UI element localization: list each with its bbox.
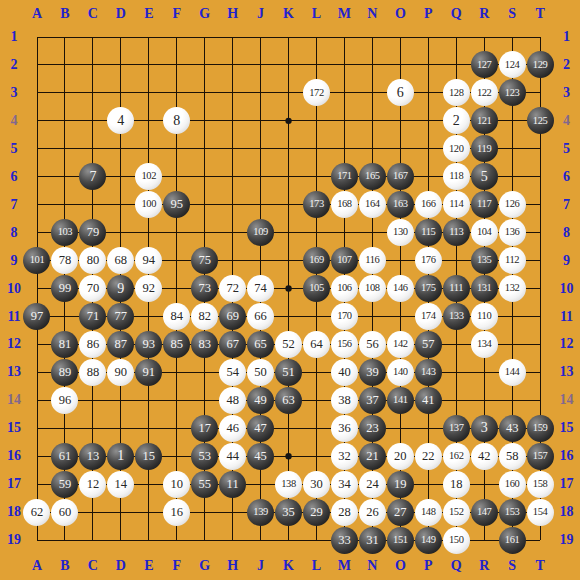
intersection-F9[interactable] — [163, 247, 191, 275]
intersection-O10[interactable]: 146 — [386, 275, 414, 303]
intersection-C16[interactable]: 13 — [79, 442, 107, 470]
intersection-F4[interactable]: 8 — [163, 107, 191, 135]
intersection-O1[interactable] — [386, 23, 414, 51]
intersection-N5[interactable] — [358, 135, 386, 163]
intersection-E1[interactable] — [135, 23, 163, 51]
intersection-N2[interactable] — [358, 51, 386, 79]
intersection-E19[interactable] — [135, 526, 163, 554]
intersection-F5[interactable] — [163, 135, 191, 163]
intersection-T13[interactable] — [526, 358, 554, 386]
intersection-O8[interactable]: 130 — [386, 219, 414, 247]
intersection-P2[interactable] — [414, 51, 442, 79]
intersection-O4[interactable] — [386, 107, 414, 135]
intersection-L10[interactable]: 105 — [303, 275, 331, 303]
intersection-O15[interactable] — [386, 414, 414, 442]
intersection-N9[interactable]: 116 — [358, 247, 386, 275]
intersection-R10[interactable]: 131 — [470, 275, 498, 303]
intersection-S7[interactable]: 126 — [498, 191, 526, 219]
intersection-A6[interactable] — [23, 163, 51, 191]
intersection-O5[interactable] — [386, 135, 414, 163]
intersection-A17[interactable] — [23, 470, 51, 498]
intersection-G6[interactable] — [191, 163, 219, 191]
intersection-M9[interactable]: 107 — [330, 247, 358, 275]
intersection-D1[interactable] — [107, 23, 135, 51]
intersection-G2[interactable] — [191, 51, 219, 79]
intersection-E8[interactable] — [135, 219, 163, 247]
intersection-K16[interactable] — [275, 442, 303, 470]
intersection-C18[interactable] — [79, 498, 107, 526]
intersection-B9[interactable]: 78 — [51, 247, 79, 275]
intersection-J12[interactable]: 65 — [247, 330, 275, 358]
intersection-B6[interactable] — [51, 163, 79, 191]
intersection-P17[interactable] — [414, 470, 442, 498]
intersection-B8[interactable]: 103 — [51, 219, 79, 247]
intersection-S2[interactable]: 124 — [498, 51, 526, 79]
intersection-J6[interactable] — [247, 163, 275, 191]
intersection-C10[interactable]: 70 — [79, 275, 107, 303]
intersection-F15[interactable] — [163, 414, 191, 442]
intersection-J15[interactable]: 47 — [247, 414, 275, 442]
intersection-T11[interactable] — [526, 303, 554, 331]
intersection-S13[interactable]: 144 — [498, 358, 526, 386]
intersection-B11[interactable] — [51, 303, 79, 331]
intersection-O13[interactable]: 140 — [386, 358, 414, 386]
intersection-A12[interactable] — [23, 330, 51, 358]
intersection-M1[interactable] — [330, 23, 358, 51]
intersection-O19[interactable]: 151 — [386, 526, 414, 554]
intersection-D10[interactable]: 9 — [107, 275, 135, 303]
intersection-H7[interactable] — [219, 191, 247, 219]
intersection-A4[interactable] — [23, 107, 51, 135]
intersection-T8[interactable] — [526, 219, 554, 247]
intersection-Q16[interactable]: 162 — [442, 442, 470, 470]
intersection-J3[interactable] — [247, 79, 275, 107]
intersection-Q15[interactable]: 137 — [442, 414, 470, 442]
intersection-C6[interactable]: 7 — [79, 163, 107, 191]
intersection-A19[interactable] — [23, 526, 51, 554]
intersection-R17[interactable] — [470, 470, 498, 498]
intersection-B19[interactable] — [51, 526, 79, 554]
intersection-E16[interactable]: 15 — [135, 442, 163, 470]
intersection-A9[interactable]: 101 — [23, 247, 51, 275]
intersection-L2[interactable] — [303, 51, 331, 79]
intersection-R19[interactable] — [470, 526, 498, 554]
intersection-T17[interactable]: 158 — [526, 470, 554, 498]
intersection-G11[interactable]: 82 — [191, 303, 219, 331]
intersection-K15[interactable] — [275, 414, 303, 442]
intersection-D7[interactable] — [107, 191, 135, 219]
intersection-S3[interactable]: 123 — [498, 79, 526, 107]
intersection-D11[interactable]: 77 — [107, 303, 135, 331]
intersection-J18[interactable]: 139 — [247, 498, 275, 526]
intersection-F19[interactable] — [163, 526, 191, 554]
intersection-H15[interactable]: 46 — [219, 414, 247, 442]
intersection-S17[interactable]: 160 — [498, 470, 526, 498]
intersection-Q14[interactable] — [442, 386, 470, 414]
intersection-C19[interactable] — [79, 526, 107, 554]
intersection-R7[interactable]: 117 — [470, 191, 498, 219]
intersection-D19[interactable] — [107, 526, 135, 554]
intersection-Q8[interactable]: 113 — [442, 219, 470, 247]
intersection-R15[interactable]: 3 — [470, 414, 498, 442]
intersection-N7[interactable]: 164 — [358, 191, 386, 219]
intersection-Q9[interactable] — [442, 247, 470, 275]
intersection-M4[interactable] — [330, 107, 358, 135]
intersection-O18[interactable]: 27 — [386, 498, 414, 526]
intersection-N16[interactable]: 21 — [358, 442, 386, 470]
intersection-H2[interactable] — [219, 51, 247, 79]
intersection-P1[interactable] — [414, 23, 442, 51]
intersection-P14[interactable]: 41 — [414, 386, 442, 414]
intersection-C15[interactable] — [79, 414, 107, 442]
intersection-L5[interactable] — [303, 135, 331, 163]
intersection-E15[interactable] — [135, 414, 163, 442]
intersection-T2[interactable]: 129 — [526, 51, 554, 79]
intersection-S12[interactable] — [498, 330, 526, 358]
intersection-R13[interactable] — [470, 358, 498, 386]
intersection-O9[interactable] — [386, 247, 414, 275]
intersection-C5[interactable] — [79, 135, 107, 163]
intersection-L11[interactable] — [303, 303, 331, 331]
intersection-Q5[interactable]: 120 — [442, 135, 470, 163]
intersection-L19[interactable] — [303, 526, 331, 554]
intersection-B4[interactable] — [51, 107, 79, 135]
intersection-R1[interactable] — [470, 23, 498, 51]
intersection-R16[interactable]: 42 — [470, 442, 498, 470]
intersection-B12[interactable]: 81 — [51, 330, 79, 358]
intersection-C7[interactable] — [79, 191, 107, 219]
intersection-O7[interactable]: 163 — [386, 191, 414, 219]
intersection-O3[interactable]: 6 — [386, 79, 414, 107]
intersection-J7[interactable] — [247, 191, 275, 219]
intersection-M17[interactable]: 34 — [330, 470, 358, 498]
intersection-J5[interactable] — [247, 135, 275, 163]
intersection-F18[interactable]: 16 — [163, 498, 191, 526]
intersection-M2[interactable] — [330, 51, 358, 79]
intersection-G13[interactable] — [191, 358, 219, 386]
intersection-A2[interactable] — [23, 51, 51, 79]
intersection-B10[interactable]: 99 — [51, 275, 79, 303]
intersection-L14[interactable] — [303, 386, 331, 414]
intersection-L7[interactable]: 173 — [303, 191, 331, 219]
intersection-J19[interactable] — [247, 526, 275, 554]
intersection-K9[interactable] — [275, 247, 303, 275]
intersection-L9[interactable]: 169 — [303, 247, 331, 275]
intersection-E12[interactable]: 93 — [135, 330, 163, 358]
intersection-E13[interactable]: 91 — [135, 358, 163, 386]
intersection-C3[interactable] — [79, 79, 107, 107]
goban[interactable]: 1271241291726128122123482121125120119710… — [23, 23, 554, 554]
intersection-Q11[interactable]: 133 — [442, 303, 470, 331]
intersection-K4[interactable] — [275, 107, 303, 135]
intersection-R3[interactable]: 122 — [470, 79, 498, 107]
intersection-F11[interactable]: 84 — [163, 303, 191, 331]
intersection-D17[interactable]: 14 — [107, 470, 135, 498]
intersection-C13[interactable]: 88 — [79, 358, 107, 386]
intersection-F2[interactable] — [163, 51, 191, 79]
intersection-S8[interactable]: 136 — [498, 219, 526, 247]
intersection-J17[interactable] — [247, 470, 275, 498]
intersection-P3[interactable] — [414, 79, 442, 107]
intersection-H6[interactable] — [219, 163, 247, 191]
intersection-N17[interactable]: 24 — [358, 470, 386, 498]
intersection-D2[interactable] — [107, 51, 135, 79]
intersection-D8[interactable] — [107, 219, 135, 247]
intersection-A11[interactable]: 97 — [23, 303, 51, 331]
intersection-L17[interactable]: 30 — [303, 470, 331, 498]
intersection-L18[interactable]: 29 — [303, 498, 331, 526]
intersection-B5[interactable] — [51, 135, 79, 163]
intersection-C8[interactable]: 79 — [79, 219, 107, 247]
intersection-F1[interactable] — [163, 23, 191, 51]
intersection-O11[interactable] — [386, 303, 414, 331]
intersection-R4[interactable]: 121 — [470, 107, 498, 135]
intersection-N18[interactable]: 26 — [358, 498, 386, 526]
intersection-K1[interactable] — [275, 23, 303, 51]
intersection-P13[interactable]: 143 — [414, 358, 442, 386]
intersection-T4[interactable]: 125 — [526, 107, 554, 135]
intersection-M3[interactable] — [330, 79, 358, 107]
intersection-S14[interactable] — [498, 386, 526, 414]
intersection-M8[interactable] — [330, 219, 358, 247]
intersection-P7[interactable]: 166 — [414, 191, 442, 219]
intersection-A18[interactable]: 62 — [23, 498, 51, 526]
intersection-F14[interactable] — [163, 386, 191, 414]
intersection-Q7[interactable]: 114 — [442, 191, 470, 219]
intersection-R8[interactable]: 104 — [470, 219, 498, 247]
intersection-M15[interactable]: 36 — [330, 414, 358, 442]
intersection-D4[interactable]: 4 — [107, 107, 135, 135]
intersection-B3[interactable] — [51, 79, 79, 107]
intersection-H1[interactable] — [219, 23, 247, 51]
intersection-C2[interactable] — [79, 51, 107, 79]
intersection-K2[interactable] — [275, 51, 303, 79]
intersection-G18[interactable] — [191, 498, 219, 526]
intersection-M19[interactable]: 33 — [330, 526, 358, 554]
intersection-Q2[interactable] — [442, 51, 470, 79]
intersection-Q6[interactable]: 118 — [442, 163, 470, 191]
intersection-P8[interactable]: 115 — [414, 219, 442, 247]
intersection-F17[interactable]: 10 — [163, 470, 191, 498]
intersection-H8[interactable] — [219, 219, 247, 247]
intersection-K3[interactable] — [275, 79, 303, 107]
intersection-R14[interactable] — [470, 386, 498, 414]
intersection-E5[interactable] — [135, 135, 163, 163]
intersection-K6[interactable] — [275, 163, 303, 191]
intersection-S15[interactable]: 43 — [498, 414, 526, 442]
intersection-M10[interactable]: 106 — [330, 275, 358, 303]
intersection-J1[interactable] — [247, 23, 275, 51]
intersection-H10[interactable]: 72 — [219, 275, 247, 303]
intersection-D14[interactable] — [107, 386, 135, 414]
intersection-M11[interactable]: 170 — [330, 303, 358, 331]
intersection-G7[interactable] — [191, 191, 219, 219]
intersection-B7[interactable] — [51, 191, 79, 219]
intersection-R18[interactable]: 147 — [470, 498, 498, 526]
intersection-G9[interactable]: 75 — [191, 247, 219, 275]
intersection-G15[interactable]: 17 — [191, 414, 219, 442]
intersection-S11[interactable] — [498, 303, 526, 331]
intersection-K14[interactable]: 63 — [275, 386, 303, 414]
intersection-F10[interactable] — [163, 275, 191, 303]
intersection-O16[interactable]: 20 — [386, 442, 414, 470]
intersection-T18[interactable]: 154 — [526, 498, 554, 526]
intersection-L16[interactable] — [303, 442, 331, 470]
intersection-P16[interactable]: 22 — [414, 442, 442, 470]
intersection-J4[interactable] — [247, 107, 275, 135]
intersection-F3[interactable] — [163, 79, 191, 107]
intersection-T19[interactable] — [526, 526, 554, 554]
intersection-F13[interactable] — [163, 358, 191, 386]
intersection-Q13[interactable] — [442, 358, 470, 386]
intersection-S10[interactable]: 132 — [498, 275, 526, 303]
intersection-B15[interactable] — [51, 414, 79, 442]
intersection-C17[interactable]: 12 — [79, 470, 107, 498]
intersection-D9[interactable]: 68 — [107, 247, 135, 275]
intersection-E10[interactable]: 92 — [135, 275, 163, 303]
intersection-Q10[interactable]: 111 — [442, 275, 470, 303]
intersection-M6[interactable]: 171 — [330, 163, 358, 191]
intersection-H16[interactable]: 44 — [219, 442, 247, 470]
intersection-J11[interactable]: 66 — [247, 303, 275, 331]
intersection-R11[interactable]: 110 — [470, 303, 498, 331]
intersection-T7[interactable] — [526, 191, 554, 219]
intersection-T15[interactable]: 159 — [526, 414, 554, 442]
intersection-K10[interactable] — [275, 275, 303, 303]
intersection-D15[interactable] — [107, 414, 135, 442]
intersection-M14[interactable]: 38 — [330, 386, 358, 414]
intersection-P18[interactable]: 148 — [414, 498, 442, 526]
intersection-B2[interactable] — [51, 51, 79, 79]
intersection-C12[interactable]: 86 — [79, 330, 107, 358]
intersection-E2[interactable] — [135, 51, 163, 79]
intersection-L1[interactable] — [303, 23, 331, 51]
intersection-L4[interactable] — [303, 107, 331, 135]
intersection-L3[interactable]: 172 — [303, 79, 331, 107]
intersection-B16[interactable]: 61 — [51, 442, 79, 470]
intersection-N3[interactable] — [358, 79, 386, 107]
intersection-Q17[interactable]: 18 — [442, 470, 470, 498]
intersection-T3[interactable] — [526, 79, 554, 107]
intersection-N4[interactable] — [358, 107, 386, 135]
intersection-R6[interactable]: 5 — [470, 163, 498, 191]
intersection-B1[interactable] — [51, 23, 79, 51]
intersection-J16[interactable]: 45 — [247, 442, 275, 470]
intersection-N8[interactable] — [358, 219, 386, 247]
intersection-E18[interactable] — [135, 498, 163, 526]
intersection-J9[interactable] — [247, 247, 275, 275]
intersection-G1[interactable] — [191, 23, 219, 51]
intersection-E11[interactable] — [135, 303, 163, 331]
intersection-N1[interactable] — [358, 23, 386, 51]
intersection-D16[interactable]: 1 — [107, 442, 135, 470]
intersection-E9[interactable]: 94 — [135, 247, 163, 275]
intersection-B17[interactable]: 59 — [51, 470, 79, 498]
intersection-N12[interactable]: 56 — [358, 330, 386, 358]
intersection-B18[interactable]: 60 — [51, 498, 79, 526]
intersection-J8[interactable]: 109 — [247, 219, 275, 247]
intersection-K11[interactable] — [275, 303, 303, 331]
intersection-G17[interactable]: 55 — [191, 470, 219, 498]
intersection-K8[interactable] — [275, 219, 303, 247]
intersection-G12[interactable]: 83 — [191, 330, 219, 358]
intersection-G16[interactable]: 53 — [191, 442, 219, 470]
intersection-M13[interactable]: 40 — [330, 358, 358, 386]
intersection-E3[interactable] — [135, 79, 163, 107]
intersection-H13[interactable]: 54 — [219, 358, 247, 386]
intersection-C14[interactable] — [79, 386, 107, 414]
intersection-K18[interactable]: 35 — [275, 498, 303, 526]
intersection-L6[interactable] — [303, 163, 331, 191]
intersection-N6[interactable]: 165 — [358, 163, 386, 191]
intersection-D3[interactable] — [107, 79, 135, 107]
intersection-H14[interactable]: 48 — [219, 386, 247, 414]
intersection-B13[interactable]: 89 — [51, 358, 79, 386]
intersection-A15[interactable] — [23, 414, 51, 442]
intersection-D12[interactable]: 87 — [107, 330, 135, 358]
intersection-R2[interactable]: 127 — [470, 51, 498, 79]
intersection-L8[interactable] — [303, 219, 331, 247]
intersection-K13[interactable]: 51 — [275, 358, 303, 386]
intersection-S6[interactable] — [498, 163, 526, 191]
intersection-S18[interactable]: 153 — [498, 498, 526, 526]
intersection-E6[interactable]: 102 — [135, 163, 163, 191]
intersection-E4[interactable] — [135, 107, 163, 135]
intersection-O14[interactable]: 141 — [386, 386, 414, 414]
intersection-A1[interactable] — [23, 23, 51, 51]
intersection-P11[interactable]: 174 — [414, 303, 442, 331]
intersection-S5[interactable] — [498, 135, 526, 163]
intersection-O6[interactable]: 167 — [386, 163, 414, 191]
intersection-J14[interactable]: 49 — [247, 386, 275, 414]
intersection-J2[interactable] — [247, 51, 275, 79]
intersection-T16[interactable]: 157 — [526, 442, 554, 470]
intersection-N14[interactable]: 37 — [358, 386, 386, 414]
intersection-E7[interactable]: 100 — [135, 191, 163, 219]
intersection-B14[interactable]: 96 — [51, 386, 79, 414]
intersection-A7[interactable] — [23, 191, 51, 219]
intersection-R9[interactable]: 135 — [470, 247, 498, 275]
intersection-A5[interactable] — [23, 135, 51, 163]
intersection-N11[interactable] — [358, 303, 386, 331]
intersection-G5[interactable] — [191, 135, 219, 163]
intersection-H12[interactable]: 67 — [219, 330, 247, 358]
intersection-F6[interactable] — [163, 163, 191, 191]
intersection-K7[interactable] — [275, 191, 303, 219]
intersection-O12[interactable]: 142 — [386, 330, 414, 358]
intersection-H4[interactable] — [219, 107, 247, 135]
intersection-F16[interactable] — [163, 442, 191, 470]
intersection-G3[interactable] — [191, 79, 219, 107]
intersection-T12[interactable] — [526, 330, 554, 358]
intersection-E17[interactable] — [135, 470, 163, 498]
intersection-Q1[interactable] — [442, 23, 470, 51]
intersection-Q18[interactable]: 152 — [442, 498, 470, 526]
intersection-H18[interactable] — [219, 498, 247, 526]
intersection-D18[interactable] — [107, 498, 135, 526]
intersection-E14[interactable] — [135, 386, 163, 414]
intersection-M5[interactable] — [330, 135, 358, 163]
intersection-T9[interactable] — [526, 247, 554, 275]
intersection-L15[interactable] — [303, 414, 331, 442]
intersection-C9[interactable]: 80 — [79, 247, 107, 275]
intersection-G10[interactable]: 73 — [191, 275, 219, 303]
intersection-H3[interactable] — [219, 79, 247, 107]
intersection-H17[interactable]: 11 — [219, 470, 247, 498]
intersection-P4[interactable] — [414, 107, 442, 135]
intersection-F8[interactable] — [163, 219, 191, 247]
intersection-G8[interactable] — [191, 219, 219, 247]
